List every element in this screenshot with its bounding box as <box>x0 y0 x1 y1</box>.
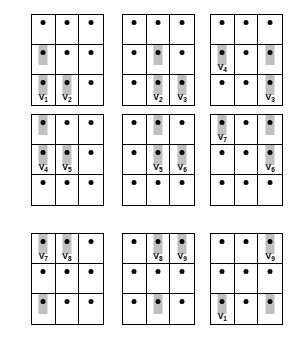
subgrid-9-cell-r3c1: V1 <box>211 294 235 324</box>
dot-icon <box>132 20 137 25</box>
subgrid-2-cell-r2c2 <box>147 45 171 75</box>
dot-icon <box>268 20 273 25</box>
cell-label: V9 <box>170 251 194 261</box>
subgrid-9-cell-r1c2 <box>235 234 259 264</box>
dot-icon <box>155 299 160 304</box>
cell-label-subscript: 6 <box>271 166 275 173</box>
subgrid-1-cell-r2c2 <box>56 45 80 75</box>
subgrid-3: V4V3 <box>210 14 283 106</box>
subgrid-4-cell-r3c3 <box>79 175 103 205</box>
subgrid-8: V8V9 <box>122 233 195 325</box>
dot-icon <box>132 239 137 244</box>
dot-icon <box>64 150 69 155</box>
subgrid-2-cell-r3c2: V2 <box>147 75 171 105</box>
subgrid-9-cell-r2c2 <box>235 264 259 294</box>
dot-icon <box>243 269 248 274</box>
dot-icon <box>132 50 137 55</box>
dot-icon <box>41 180 46 185</box>
subgrid-9-cell-r3c2 <box>235 294 259 324</box>
highlight-marker <box>266 294 275 314</box>
cell-label: V3 <box>170 92 194 102</box>
dot-icon <box>64 50 69 55</box>
subgrid-8-cell-r2c3 <box>170 264 194 294</box>
highlight-marker <box>266 45 275 65</box>
cell-label-subscript: 1 <box>44 96 48 103</box>
dot-icon <box>64 20 69 25</box>
subgrid-9: V9V1 <box>210 233 283 325</box>
dot-icon <box>155 120 160 125</box>
diagram-canvas: V1V2V2V3V4V3V4V5V5V6V7V6V7V8V8V9V9V1 <box>0 0 295 342</box>
subgrid-7-cell-r1c3 <box>79 234 103 264</box>
dot-icon <box>155 80 160 85</box>
subgrid-2-cell-r1c2 <box>147 15 171 45</box>
subgrid-6-cell-r3c2 <box>235 175 259 205</box>
dot-icon <box>180 80 185 85</box>
cell-label-subscript: 4 <box>223 66 227 73</box>
subgrid-9-cell-r1c3: V9 <box>258 234 282 264</box>
dot-icon <box>41 299 46 304</box>
cell-label-subscript: 7 <box>44 255 48 262</box>
dot-icon <box>89 299 94 304</box>
subgrid-7-cell-r2c1 <box>32 264 56 294</box>
subgrid-6-cell-r3c1 <box>211 175 235 205</box>
dot-icon <box>220 180 225 185</box>
subgrid-1-cell-r3c1: V1 <box>32 75 56 105</box>
subgrid-8-cell-r1c2: V8 <box>147 234 171 264</box>
subgrid-4-cell-r3c2 <box>56 175 80 205</box>
dot-icon <box>132 299 137 304</box>
dot-icon <box>64 269 69 274</box>
subgrid-5-cell-r2c3: V6 <box>170 145 194 175</box>
dot-icon <box>268 180 273 185</box>
subgrid-9-cell-r1c1 <box>211 234 235 264</box>
subgrid-7-cell-r2c2 <box>56 264 80 294</box>
subgrid-4-cell-r1c2 <box>56 115 80 145</box>
subgrid-4-cell-r1c1 <box>32 115 56 145</box>
dot-icon <box>41 80 46 85</box>
subgrid-4: V4V5 <box>31 114 104 206</box>
dot-icon <box>220 299 225 304</box>
dot-icon <box>243 299 248 304</box>
cell-label-subscript: 4 <box>44 166 48 173</box>
dot-icon <box>64 80 69 85</box>
dot-icon <box>268 150 273 155</box>
subgrid-6-cell-r1c1: V7 <box>211 115 235 145</box>
subgrid-8-cell-r2c1 <box>123 264 147 294</box>
dot-icon <box>180 180 185 185</box>
subgrid-1-cell-r2c1 <box>32 45 56 75</box>
dot-icon <box>220 239 225 244</box>
subgrid-8-cell-r3c3 <box>170 294 194 324</box>
subgrid-1-cell-r1c1 <box>32 15 56 45</box>
subgrid-1-cell-r3c3 <box>79 75 103 105</box>
dot-icon <box>243 150 248 155</box>
dot-icon <box>132 180 137 185</box>
cell-label-subscript: 5 <box>68 166 72 173</box>
cell-label-subscript: 8 <box>68 255 72 262</box>
subgrid-3-cell-r1c3 <box>258 15 282 45</box>
subgrid-9-cell-r3c3 <box>258 294 282 324</box>
subgrid-7-cell-r2c3 <box>79 264 103 294</box>
subgrid-6: V7V6 <box>210 114 283 206</box>
cell-label-subscript: 3 <box>271 96 275 103</box>
highlight-marker <box>153 294 162 314</box>
dot-icon <box>89 239 94 244</box>
subgrid-5-cell-r3c1 <box>123 175 147 205</box>
dot-icon <box>155 50 160 55</box>
subgrid-1-cell-r2c3 <box>79 45 103 75</box>
dot-icon <box>243 50 248 55</box>
subgrid-2-cell-r3c1 <box>123 75 147 105</box>
dot-icon <box>220 120 225 125</box>
subgrid-5-cell-r1c1 <box>123 115 147 145</box>
dot-icon <box>89 150 94 155</box>
dot-icon <box>155 20 160 25</box>
subgrid-5-cell-r1c3 <box>170 115 194 145</box>
subgrid-6-cell-r1c2 <box>235 115 259 145</box>
cell-label: V2 <box>147 92 170 102</box>
subgrid-5-cell-r3c2 <box>147 175 171 205</box>
dot-icon <box>243 180 248 185</box>
dot-icon <box>41 50 46 55</box>
subgrid-2-cell-r3c3: V3 <box>170 75 194 105</box>
cell-label: V2 <box>56 92 79 102</box>
cell-label: V6 <box>170 162 194 172</box>
subgrid-4-cell-r1c3 <box>79 115 103 145</box>
subgrid-7-cell-r3c2 <box>56 294 80 324</box>
highlight-marker <box>39 294 48 314</box>
dot-icon <box>155 150 160 155</box>
cell-label: V4 <box>211 62 234 72</box>
dot-icon <box>268 50 273 55</box>
dot-icon <box>243 239 248 244</box>
cell-label-subscript: 5 <box>159 166 163 173</box>
dot-icon <box>89 20 94 25</box>
dot-icon <box>64 120 69 125</box>
subgrid-9-cell-r2c1 <box>211 264 235 294</box>
dot-icon <box>41 239 46 244</box>
cell-label: V9 <box>258 251 282 261</box>
dot-icon <box>220 50 225 55</box>
dot-icon <box>220 269 225 274</box>
cell-label: V5 <box>147 162 170 172</box>
dot-icon <box>180 50 185 55</box>
subgrid-8-cell-r3c1 <box>123 294 147 324</box>
dot-icon <box>132 150 137 155</box>
subgrid-1-cell-r1c2 <box>56 15 80 45</box>
dot-icon <box>64 180 69 185</box>
subgrid-2: V2V3 <box>122 14 195 106</box>
dot-icon <box>89 80 94 85</box>
subgrid-3-cell-r3c3: V3 <box>258 75 282 105</box>
subgrid-4-cell-r2c2: V5 <box>56 145 80 175</box>
subgrid-3-cell-r3c1 <box>211 75 235 105</box>
dot-icon <box>268 299 273 304</box>
subgrid-7-cell-r1c1: V7 <box>32 234 56 264</box>
dot-icon <box>132 269 137 274</box>
dot-icon <box>220 80 225 85</box>
dot-icon <box>155 180 160 185</box>
subgrid-3-cell-r2c1: V4 <box>211 45 235 75</box>
subgrid-5-cell-r2c2: V5 <box>147 145 171 175</box>
highlight-marker <box>153 115 162 135</box>
subgrid-2-cell-r2c1 <box>123 45 147 75</box>
cell-label: V7 <box>211 132 234 142</box>
dot-icon <box>89 50 94 55</box>
subgrid-7-cell-r3c3 <box>79 294 103 324</box>
cell-label: V4 <box>32 162 55 172</box>
dot-icon <box>180 150 185 155</box>
cell-label: V6 <box>258 162 282 172</box>
dot-icon <box>64 299 69 304</box>
dot-icon <box>180 299 185 304</box>
dot-icon <box>155 239 160 244</box>
cell-label: V8 <box>56 251 79 261</box>
highlight-marker <box>266 115 275 135</box>
dot-icon <box>89 269 94 274</box>
subgrid-8-cell-r3c2 <box>147 294 171 324</box>
subgrid-3-cell-r2c2 <box>235 45 259 75</box>
subgrid-3-cell-r3c2 <box>235 75 259 105</box>
dot-icon <box>243 20 248 25</box>
dot-icon <box>243 120 248 125</box>
subgrid-5-cell-r1c2 <box>147 115 171 145</box>
cell-label-subscript: 9 <box>183 255 187 262</box>
subgrid-1-cell-r1c3 <box>79 15 103 45</box>
dot-icon <box>268 239 273 244</box>
highlight-marker <box>39 45 48 65</box>
cell-label: V5 <box>56 162 79 172</box>
cell-label-subscript: 2 <box>68 96 72 103</box>
dot-icon <box>220 150 225 155</box>
cell-label-subscript: 7 <box>223 136 227 143</box>
subgrid-9-cell-r2c3 <box>258 264 282 294</box>
subgrid-5-cell-r3c3 <box>170 175 194 205</box>
subgrid-8-cell-r1c3: V9 <box>170 234 194 264</box>
subgrid-2-cell-r1c1 <box>123 15 147 45</box>
dot-icon <box>89 180 94 185</box>
subgrid-6-cell-r2c3: V6 <box>258 145 282 175</box>
subgrid-4-cell-r3c1 <box>32 175 56 205</box>
subgrid-5: V5V6 <box>122 114 195 206</box>
highlight-marker <box>39 115 48 135</box>
dot-icon <box>180 20 185 25</box>
dot-icon <box>180 269 185 274</box>
subgrid-3-cell-r1c1 <box>211 15 235 45</box>
subgrid-6-cell-r3c3 <box>258 175 282 205</box>
subgrid-5-cell-r2c1 <box>123 145 147 175</box>
subgrid-7-cell-r3c1 <box>32 294 56 324</box>
cell-label: V7 <box>32 251 55 261</box>
cell-label-subscript: 9 <box>271 255 275 262</box>
subgrid-6-cell-r1c3 <box>258 115 282 145</box>
subgrid-1: V1V2 <box>31 14 104 106</box>
dot-icon <box>132 120 137 125</box>
cell-label-subscript: 8 <box>159 255 163 262</box>
dot-icon <box>89 120 94 125</box>
subgrid-7-cell-r1c2: V8 <box>56 234 80 264</box>
dot-icon <box>268 80 273 85</box>
dot-icon <box>132 80 137 85</box>
cell-label-subscript: 2 <box>159 96 163 103</box>
subgrid-6-cell-r2c1 <box>211 145 235 175</box>
cell-label: V3 <box>258 92 282 102</box>
dot-icon <box>41 20 46 25</box>
subgrid-4-cell-r2c3 <box>79 145 103 175</box>
subgrid-1-cell-r3c2: V2 <box>56 75 80 105</box>
subgrid-7: V7V8 <box>31 233 104 325</box>
subgrid-3-cell-r2c3 <box>258 45 282 75</box>
subgrid-2-cell-r2c3 <box>170 45 194 75</box>
dot-icon <box>180 239 185 244</box>
subgrid-2-cell-r1c3 <box>170 15 194 45</box>
subgrid-3-cell-r1c2 <box>235 15 259 45</box>
cell-label-subscript: 1 <box>223 315 227 322</box>
dot-icon <box>155 269 160 274</box>
dot-icon <box>268 269 273 274</box>
dot-icon <box>64 239 69 244</box>
cell-label: V1 <box>211 311 234 321</box>
subgrid-8-cell-r1c1 <box>123 234 147 264</box>
cell-label: V8 <box>147 251 170 261</box>
dot-icon <box>268 120 273 125</box>
subgrid-6-cell-r2c2 <box>235 145 259 175</box>
cell-label-subscript: 6 <box>183 166 187 173</box>
highlight-marker <box>153 45 162 65</box>
subgrid-8-cell-r2c2 <box>147 264 171 294</box>
cell-label-subscript: 3 <box>183 96 187 103</box>
subgrid-4-cell-r2c1: V4 <box>32 145 56 175</box>
dot-icon <box>41 269 46 274</box>
dot-icon <box>41 120 46 125</box>
dot-icon <box>220 20 225 25</box>
dot-icon <box>41 150 46 155</box>
dot-icon <box>243 80 248 85</box>
cell-label: V1 <box>32 92 55 102</box>
dot-icon <box>180 120 185 125</box>
